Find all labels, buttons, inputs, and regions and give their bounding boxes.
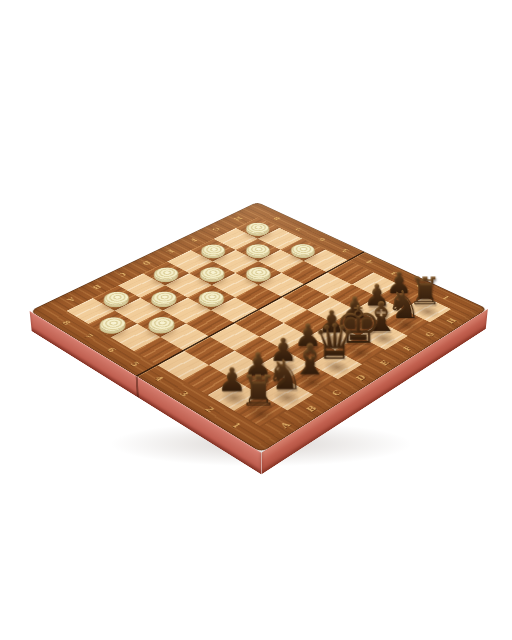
game-board[interactable]: 8765432187654321HGFEDCBAHGFEDCBA ♜♞♝♛♚♝♞… <box>30 202 488 453</box>
product-photo-stage: 8765432187654321HGFEDCBAHGFEDCBA ♜♞♝♛♚♝♞… <box>0 0 512 640</box>
rook-glyph: ♜ <box>225 370 292 412</box>
box-side-fold-seam <box>136 376 139 398</box>
checker-piece-b6[interactable] <box>144 314 180 334</box>
scene: 8765432187654321HGFEDCBAHGFEDCBA ♜♞♝♛♚♝♞… <box>0 0 512 640</box>
checker-piece-a7[interactable] <box>95 314 131 334</box>
